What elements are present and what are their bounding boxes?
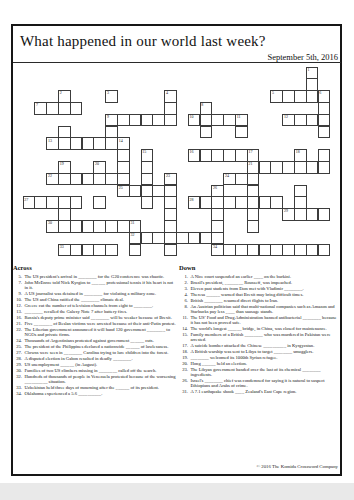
cell-number: 21 <box>248 162 252 166</box>
clue-number: 9. <box>13 291 22 296</box>
clue-item: 34.Oklahoma experienced a 5.6 __________… <box>13 391 176 396</box>
grid-cell[interactable] <box>129 244 142 257</box>
cell-number: 31 <box>130 221 134 225</box>
clue-number: 14. <box>179 326 188 331</box>
grid-cell[interactable] <box>235 126 248 139</box>
clue-text: The president of the Philippines declare… <box>25 344 177 349</box>
clue-text: Five ________ of Beslan victims were arr… <box>25 321 177 326</box>
cell-number: 1 <box>307 68 309 72</box>
clue-text: Families of two US climbers missing in _… <box>25 368 177 373</box>
cell-number: 10 <box>189 115 193 119</box>
clue-number: 18. <box>179 349 188 354</box>
clue-number: 1. <box>179 274 188 279</box>
clue-item: 5.The US president's arrival in ________… <box>13 274 176 279</box>
down-heading: Down <box>179 264 340 271</box>
clue-number: 22. <box>13 327 22 337</box>
grid-cell[interactable] <box>318 208 331 221</box>
clue-item: 14.The world's longest ______ bridge, in… <box>179 326 340 331</box>
clue-text: A US journalist was detained in ________… <box>25 291 177 296</box>
clue-item: 20.Hong ______ held an election. <box>179 361 340 366</box>
clue-text: The Liberian government announced it wil… <box>25 327 177 337</box>
clue-text: The US and China ratified the ________ c… <box>25 297 177 302</box>
clue-number: 31. <box>179 389 188 394</box>
clue-item: 16.Russia's deputy prime minister said _… <box>13 315 176 320</box>
clue-item: 9.A US journalist was detained in ______… <box>13 291 176 296</box>
grid-cell[interactable] <box>200 126 213 139</box>
clue-item: 21.Five ________ of Beslan victims were … <box>13 321 176 326</box>
grid-cell[interactable] <box>318 161 331 174</box>
clue-text: John McEnroe told Nick Kyrgios to ______… <box>25 280 177 290</box>
clue-text: Oklahoma experienced a 5.6 __________. <box>25 391 177 396</box>
clue-text: ________ recalled the Galaxy Note 7 afte… <box>25 309 177 314</box>
clue-text: Family members of a British ________ who… <box>191 332 341 342</box>
clue-text: A British warship was sent to Libya to t… <box>191 349 341 354</box>
clue-text: Uzbekistan held three days of mourning a… <box>25 385 177 390</box>
cell-number: 14 <box>119 139 123 143</box>
clue-item: 24.Thousands of Argentinians protested a… <box>13 338 176 343</box>
cell-number: 34 <box>213 245 217 249</box>
down-section: Down 1.A Nice court suspended an earlier… <box>179 264 340 395</box>
clue-text: The US president's arrival in ________ f… <box>25 274 177 279</box>
clue-item: 4.Theresa ______ warned that Brexit may … <box>179 292 340 297</box>
across-heading: Across <box>13 264 176 271</box>
clue-text: Israel's ________ chief was condemned fo… <box>191 378 341 388</box>
clue-item: 15.Family members of a British ________ … <box>179 332 340 342</box>
cell-number: 4 <box>166 91 168 95</box>
cell-number: 8 <box>201 103 203 107</box>
across-section: Across 5.The US president's arrival in _… <box>13 264 176 397</box>
clue-number: 19. <box>179 355 188 360</box>
cell-number: 23 <box>166 174 170 178</box>
clue-number: 29. <box>13 362 22 367</box>
across-list: 5.The US president's arrival in ________… <box>13 274 176 396</box>
clue-number: 34. <box>13 391 22 396</box>
clue-number: 5. <box>13 274 22 279</box>
clue-number: 8. <box>179 304 188 314</box>
header-rule <box>13 62 341 63</box>
crossword-grid: 1234567891011121314151617181920212223242… <box>23 67 331 257</box>
cell-number: 28 <box>189 198 193 202</box>
clue-number: 12. <box>13 303 22 308</box>
clue-text: Clowns were seen in ________ Carolina tr… <box>25 350 177 355</box>
clue-number: 26. <box>179 378 188 388</box>
clue-item: 26.Israel's ________ chief was condemned… <box>179 378 340 388</box>
clue-number: 16. <box>13 315 22 320</box>
clue-item: 31.A 7.1 earthquake shook ____ Zealand's… <box>179 389 340 394</box>
grid-cell[interactable]: 3 <box>105 90 118 103</box>
clue-item: 7.John McEnroe told Nick Kyrgios to ____… <box>13 280 176 290</box>
clue-number: 17. <box>179 343 188 348</box>
cell-number: 24 <box>225 174 229 178</box>
grid-cell[interactable] <box>70 196 83 209</box>
grid-cell[interactable] <box>318 126 331 139</box>
clue-item: 6.British ________ resumed direct flight… <box>179 298 340 303</box>
cell-number: 15 <box>142 150 146 154</box>
grid-cell[interactable] <box>164 114 177 127</box>
clue-item: 19.________ welcomed its 1000th Syrian r… <box>179 355 340 360</box>
clue-item: 10.The US and China ratified the _______… <box>13 297 176 302</box>
cell-number: 25 <box>119 186 123 190</box>
clue-number: 11. <box>179 315 188 325</box>
clue-number: 32. <box>13 374 22 384</box>
clue-item: 29.US unemployment ______ (in August). <box>13 362 176 367</box>
clue-text: The Libyan government handed over the la… <box>191 367 341 377</box>
clue-text: Hong ______ held an election. <box>191 361 341 366</box>
clue-number: 13. <box>13 309 22 314</box>
clue-item: 33.Uzbekistan held three days of mournin… <box>13 385 176 390</box>
clue-item: 32.Hundreds of thousands of people in Ve… <box>13 374 176 384</box>
clue-text: British ________ resumed direct flights … <box>191 298 341 303</box>
cell-number: 18 <box>296 150 300 154</box>
clue-text: The US' Food and Drug Administration ban… <box>191 315 341 325</box>
page-date: September 5th, 2016 <box>138 52 338 62</box>
cell-number: 26 <box>213 186 217 190</box>
clue-text: An Austrian politician said that multi-n… <box>191 304 341 314</box>
clue-text: A disputed election in Gabon resulted in… <box>25 356 177 361</box>
clue-number: 30. <box>13 368 22 373</box>
cell-number: 27 <box>24 198 28 202</box>
page-title: What happened in our world last week? <box>20 33 266 50</box>
down-list: 1.A Nice court suspended an earlier ____… <box>179 274 340 394</box>
cell-number: 33 <box>60 245 64 249</box>
clue-number: 6. <box>179 298 188 303</box>
clue-item: 12.Greece cut the number of television c… <box>13 303 176 308</box>
clue-item: 22.The Liberian government announced it … <box>13 327 176 337</box>
clue-number: 2. <box>179 280 188 285</box>
clue-text: A suicide bomber attacked the Chinese __… <box>191 343 341 348</box>
clue-text: Brazil's president, ________ Rousseff, w… <box>191 280 341 285</box>
clue-item: 23.The Libyan government handed over the… <box>179 367 340 377</box>
cell-number: 22 <box>48 174 52 178</box>
cell-number: 2 <box>60 91 62 95</box>
clue-number: 33. <box>13 385 22 390</box>
clue-text: Greece cut the number of television chan… <box>25 303 177 308</box>
page-bottom-edge <box>0 483 354 500</box>
clue-text: Russia's deputy prime minister said ____… <box>25 315 177 320</box>
grid-cell[interactable] <box>318 244 331 257</box>
cell-number: 20 <box>95 162 99 166</box>
grid-cell[interactable] <box>164 244 177 257</box>
cell-number: 13 <box>48 139 52 143</box>
clue-text: A Nice court suspended an earlier ____ o… <box>191 274 341 279</box>
clue-number: 10. <box>13 297 22 302</box>
clue-item: 27.Clowns were seen in ________ Carolina… <box>13 350 176 355</box>
footer-credit: © 2016 The Komida Crossword Company <box>140 464 338 469</box>
clue-number: 27. <box>13 350 22 355</box>
clue-text: A 7.1 earthquake shook ____ Zealand's Ea… <box>191 389 341 394</box>
cell-number: 12 <box>284 115 288 119</box>
clue-item: 25.The president of the Philippines decl… <box>13 344 176 349</box>
clue-number: 28. <box>13 356 22 361</box>
clue-item: 30.Families of two US climbers missing i… <box>13 368 176 373</box>
clue-number: 7. <box>13 280 22 290</box>
clue-text: Eleven past students from Eton met with … <box>191 286 341 291</box>
clue-number: 4. <box>179 292 188 297</box>
clue-item: 2.Brazil's president, ________ Rousseff,… <box>179 280 340 285</box>
cell-number: 6 <box>319 91 321 95</box>
clue-number: 20. <box>179 361 188 366</box>
clue-text: The world's longest ______ bridge, in Ch… <box>191 326 341 331</box>
clue-item: 11.The US' Food and Drug Administration … <box>179 315 340 325</box>
clue-text: ________ welcomed its 1000th Syrian refu… <box>191 355 341 360</box>
clue-number: 24. <box>13 338 22 343</box>
cell-number: 29 <box>284 209 288 213</box>
cell-number: 19 <box>60 162 64 166</box>
clue-item: 3.Eleven past students from Eton met wit… <box>179 286 340 291</box>
grid-cell[interactable] <box>141 196 154 209</box>
cell-number: 30 <box>48 221 52 225</box>
clue-number: 25. <box>13 344 22 349</box>
cell-number: 32 <box>130 233 134 237</box>
clue-number: 3. <box>179 286 188 291</box>
clue-item: 18.A British warship was sent to Libya t… <box>179 349 340 354</box>
cell-number: 11 <box>237 115 241 119</box>
grid-cell[interactable] <box>70 102 83 115</box>
grid-cell[interactable] <box>247 220 260 233</box>
cell-number: 5 <box>272 91 274 95</box>
cell-number: 16 <box>189 150 193 154</box>
grid-cell[interactable] <box>105 244 118 257</box>
grid-cell[interactable] <box>93 196 106 209</box>
clue-text: Hundreds of thousands of people in Venez… <box>25 374 177 384</box>
clue-number: 15. <box>179 332 188 342</box>
clue-item: 17.A suicide bomber attacked the Chinese… <box>179 343 340 348</box>
clue-item: 8.An Austrian politician said that multi… <box>179 304 340 314</box>
cell-number: 3 <box>107 91 109 95</box>
cell-number: 7 <box>36 103 38 107</box>
clue-text: Thousands of Argentinians protested agai… <box>25 338 177 343</box>
clue-item: 28.A disputed election in Gabon resulted… <box>13 356 176 361</box>
cell-number: 17 <box>248 150 252 154</box>
clue-number: 23. <box>179 367 188 377</box>
cell-number: 9 <box>107 115 109 119</box>
clue-item: 13.________ recalled the Galaxy Note 7 a… <box>13 309 176 314</box>
clue-number: 21. <box>13 321 22 326</box>
clue-item: 1.A Nice court suspended an earlier ____… <box>179 274 340 279</box>
clue-text: Theresa ______ warned that Brexit may br… <box>191 292 341 297</box>
clue-text: US unemployment ______ (in August). <box>25 362 177 367</box>
